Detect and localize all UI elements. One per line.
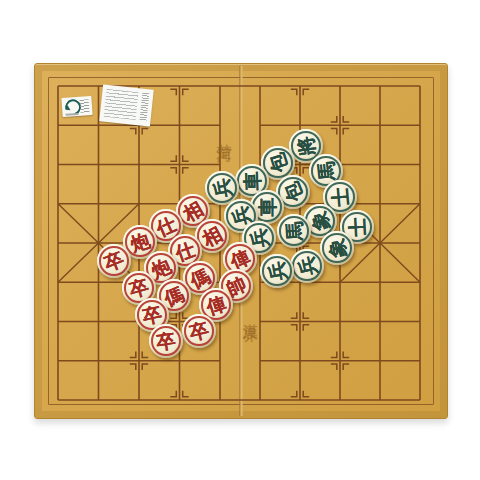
river-text-han: 漢界 xyxy=(240,312,259,318)
piece-green-兵[interactable]: 兵 xyxy=(260,254,294,288)
product-photo: 楚河 漢界 將包馬車兵包士車相兵象仕士馬相兵炮象仕俥卒兵炮兵傌帥卒傌俥卒卒卒 xyxy=(0,0,480,480)
product-label xyxy=(99,84,154,126)
piece-character: 馬 xyxy=(276,213,312,249)
piece-red-卒[interactable]: 卒 xyxy=(182,314,216,348)
river-text-chu: 楚河 xyxy=(214,132,233,138)
piece-green-馬[interactable]: 馬 xyxy=(277,214,311,248)
label-barcode xyxy=(140,93,150,122)
piece-green-象[interactable]: 象 xyxy=(320,231,354,265)
piece-character: 卒 xyxy=(147,322,185,360)
recycle-sticker xyxy=(61,96,92,117)
piece-character: 兵 xyxy=(257,251,296,290)
piece-red-卒[interactable]: 卒 xyxy=(149,324,183,358)
sticker-fine-print xyxy=(80,99,90,113)
label-fine-print xyxy=(104,89,139,120)
